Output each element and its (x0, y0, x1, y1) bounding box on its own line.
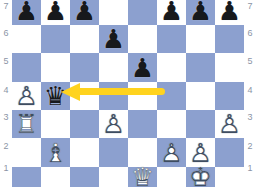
piece-wp-f2[interactable]: ♟♙ (157, 138, 186, 167)
square-h4[interactable] (215, 82, 244, 110)
piece-wb-b2[interactable]: ♝♗ (41, 138, 70, 167)
square-b2[interactable]: ♝♗ (41, 138, 70, 167)
square-b6[interactable] (41, 25, 70, 53)
square-h2[interactable] (215, 138, 244, 167)
piece-bp-h7[interactable]: ♟ (215, 0, 244, 25)
square-c1[interactable] (70, 167, 99, 187)
square-a5[interactable] (12, 53, 41, 82)
piece-glyph-outline: ♙ (186, 138, 215, 167)
piece-wr-a3[interactable]: ♜♖ (12, 110, 41, 138)
square-d6[interactable]: ♟ (99, 25, 128, 53)
square-f2[interactable]: ♟♙ (157, 138, 186, 167)
square-d5[interactable] (99, 53, 128, 82)
square-f4[interactable] (157, 82, 186, 110)
piece-glyph-fill: ♟ (99, 25, 128, 53)
piece-glyph-outline: ♗ (41, 138, 70, 167)
piece-bp-e5[interactable]: ♟ (128, 53, 157, 82)
square-e1[interactable]: ♛♕ (128, 167, 157, 187)
piece-bp-a7[interactable]: ♟ (12, 0, 41, 25)
piece-wp-a4[interactable]: ♟♙ (12, 82, 41, 110)
square-b5[interactable] (41, 53, 70, 82)
square-g7[interactable]: ♟ (186, 0, 215, 25)
square-a1[interactable] (12, 167, 41, 187)
square-c2[interactable] (70, 138, 99, 167)
piece-glyph-fill: ♟ (157, 138, 186, 167)
square-g1[interactable]: ♚♔ (186, 167, 215, 187)
square-e2[interactable] (128, 138, 157, 167)
square-f5[interactable] (157, 53, 186, 82)
piece-glyph-fill: ♜ (12, 110, 41, 138)
square-c5[interactable] (70, 53, 99, 82)
square-b7[interactable]: ♟ (41, 0, 70, 25)
piece-bp-c7[interactable]: ♟ (70, 0, 99, 25)
piece-bp-b7[interactable]: ♟ (41, 0, 70, 25)
square-a7[interactable]: ♟ (12, 0, 41, 25)
rank-label-left-3: 3 (2, 112, 10, 122)
piece-wp-d3[interactable]: ♟♙ (99, 110, 128, 138)
piece-glyph-outline: ♔ (186, 167, 215, 187)
square-h1[interactable] (215, 167, 244, 187)
piece-wp-g2[interactable]: ♟♙ (186, 138, 215, 167)
square-b3[interactable] (41, 110, 70, 138)
square-h3[interactable]: ♟♙ (215, 110, 244, 138)
rank-label-left-1: 1 (2, 163, 10, 173)
piece-glyph-outline: ♙ (157, 138, 186, 167)
move-arrow-shaft (79, 88, 165, 95)
square-d7[interactable] (99, 0, 128, 25)
square-g3[interactable] (186, 110, 215, 138)
piece-glyph-fill: ♚ (186, 167, 215, 187)
square-b1[interactable] (41, 167, 70, 187)
rank-label-right-2: 2 (246, 141, 253, 151)
piece-glyph-fill: ♟ (99, 110, 128, 138)
rank-label-right-4: 4 (246, 85, 253, 95)
square-h7[interactable]: ♟ (215, 0, 244, 25)
square-f7[interactable]: ♟ (157, 0, 186, 25)
square-a2[interactable] (12, 138, 41, 167)
rank-label-right-5: 5 (246, 56, 253, 66)
square-d2[interactable] (99, 138, 128, 167)
square-a3[interactable]: ♜♖ (12, 110, 41, 138)
piece-glyph-outline: ♕ (128, 167, 157, 187)
square-d3[interactable]: ♟♙ (99, 110, 128, 138)
rank-label-left-4: 4 (2, 85, 10, 95)
square-g6[interactable] (186, 25, 215, 53)
rank-label-left-7: 7 (2, 1, 10, 11)
piece-glyph-outline: ♖ (12, 110, 41, 138)
piece-glyph-outline: ♙ (99, 110, 128, 138)
square-d4[interactable] (99, 82, 128, 110)
piece-glyph-fill: ♟ (12, 0, 41, 25)
square-g4[interactable] (186, 82, 215, 110)
piece-glyph-outline: ♙ (215, 110, 244, 138)
square-g2[interactable]: ♟♙ (186, 138, 215, 167)
square-a6[interactable] (12, 25, 41, 53)
rank-label-right-7: 7 (246, 1, 253, 11)
piece-wq-e1[interactable]: ♛♕ (128, 167, 157, 187)
square-a4[interactable]: ♟♙ (12, 82, 41, 110)
square-h6[interactable] (215, 25, 244, 53)
piece-glyph-outline: ♙ (12, 82, 41, 110)
square-e6[interactable] (128, 25, 157, 53)
piece-glyph-fill: ♛ (128, 167, 157, 187)
move-arrow-head (61, 83, 80, 101)
chess-board-screenshot: ♟♟♟♟♟♟♟♟♟♙♛♜♖♟♙♟♙♝♗♟♙♟♙♛♕♚♔ 765432176543… (0, 0, 253, 190)
piece-glyph-fill: ♟ (186, 0, 215, 25)
piece-glyph-fill: ♟ (12, 82, 41, 110)
piece-glyph-fill: ♟ (215, 0, 244, 25)
piece-glyph-fill: ♝ (41, 138, 70, 167)
square-e4[interactable] (128, 82, 157, 110)
piece-wk-g1[interactable]: ♚♔ (186, 167, 215, 187)
piece-glyph-fill: ♟ (157, 0, 186, 25)
square-c3[interactable] (70, 110, 99, 138)
square-g5[interactable] (186, 53, 215, 82)
square-e7[interactable] (128, 0, 157, 25)
square-d1[interactable] (99, 167, 128, 187)
rank-label-right-3: 3 (246, 112, 253, 122)
rank-label-right-6: 6 (246, 28, 253, 38)
piece-bp-g7[interactable]: ♟ (186, 0, 215, 25)
piece-bp-f7[interactable]: ♟ (157, 0, 186, 25)
square-f6[interactable] (157, 25, 186, 53)
square-f1[interactable] (157, 167, 186, 187)
square-e3[interactable] (128, 110, 157, 138)
square-h5[interactable] (215, 53, 244, 82)
square-c6[interactable] (70, 25, 99, 53)
rank-label-left-6: 6 (2, 28, 10, 38)
piece-glyph-fill: ♟ (70, 0, 99, 25)
piece-glyph-fill: ♟ (128, 53, 157, 82)
square-f3[interactable] (157, 110, 186, 138)
piece-glyph-fill: ♟ (186, 138, 215, 167)
piece-wp-h3[interactable]: ♟♙ (215, 110, 244, 138)
rank-label-left-2: 2 (2, 141, 10, 151)
piece-bp-d6[interactable]: ♟ (99, 25, 128, 53)
rank-label-right-1: 1 (246, 163, 253, 173)
piece-glyph-fill: ♟ (41, 0, 70, 25)
piece-glyph-fill: ♟ (215, 110, 244, 138)
square-c7[interactable]: ♟ (70, 0, 99, 25)
rank-label-left-5: 5 (2, 56, 10, 66)
square-e5[interactable]: ♟ (128, 53, 157, 82)
